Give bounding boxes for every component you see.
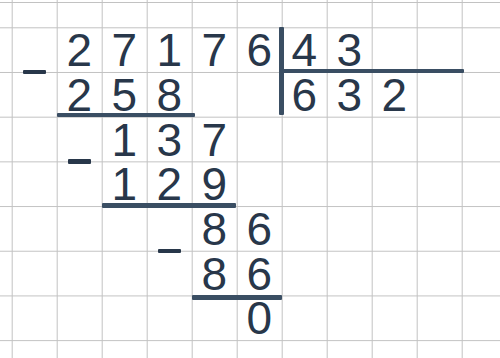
digit-cell: 9 — [192, 161, 237, 206]
digit-cell: 2 — [57, 27, 102, 72]
digit-cell: 3 — [327, 27, 372, 72]
digit-cell: 8 — [192, 206, 237, 251]
digit-cell: 6 — [237, 251, 282, 296]
digit-cell: 3 — [327, 72, 372, 117]
digit-cell: 6 — [237, 206, 282, 251]
digit-cell: 2 — [57, 72, 102, 117]
digit-cell: 1 — [102, 161, 147, 206]
digit-cell: 7 — [102, 27, 147, 72]
digit-cell: 7 — [192, 27, 237, 72]
digit-cell: 2 — [372, 72, 417, 117]
digit-cell: 4 — [282, 27, 327, 72]
digit-cell: 1 — [147, 27, 192, 72]
digit-cell: 1 — [102, 117, 147, 162]
digit-cell: 3 — [147, 117, 192, 162]
digit-cell: 6 — [282, 72, 327, 117]
digit-cell: 8 — [192, 251, 237, 296]
grid-line-top — [0, 2, 500, 3]
digit-cell: 7 — [192, 117, 237, 162]
long-division-worksheet: 271764325863213712986860 — [0, 0, 500, 358]
minus-sign — [68, 159, 91, 164]
digit-cell: 0 — [237, 296, 282, 341]
digit-cell: 2 — [147, 161, 192, 206]
minus-sign — [158, 249, 181, 254]
digit-cell: 6 — [237, 27, 282, 72]
digit-cell: 8 — [147, 72, 192, 117]
digit-cell: 5 — [102, 72, 147, 117]
minus-sign — [23, 70, 46, 75]
